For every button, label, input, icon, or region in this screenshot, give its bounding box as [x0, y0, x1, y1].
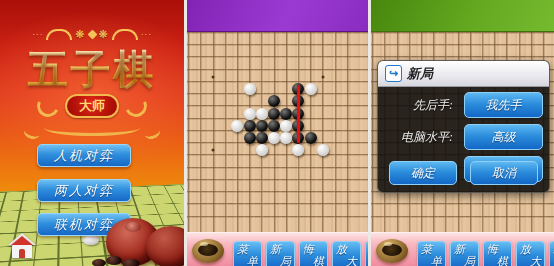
toolbar-button-缩小[interactable]: 缩小 — [549, 241, 554, 266]
game-toolbar: 菜单新局悔棋放大缩小 — [187, 232, 368, 266]
toolbar-button-悔棋[interactable]: 悔棋 — [299, 241, 328, 266]
toolbar-buttons: 菜单新局悔棋放大缩小 — [233, 241, 368, 266]
screen-main-menu: ∙·∙❋❋∙·∙ 五子棋 大师 人机对弈两人对弈联机对弈 — [0, 0, 184, 266]
black-stone — [268, 108, 280, 120]
badge-row: 大师 — [0, 94, 184, 118]
button-char: 菜 — [237, 244, 248, 255]
screen-game-won: 菜单新局悔棋放大缩小 — [187, 0, 368, 266]
button-char: 大 — [346, 256, 357, 266]
home-icon[interactable] — [7, 233, 37, 260]
black-stone — [256, 132, 268, 144]
cancel-button[interactable]: 取消 — [470, 161, 538, 185]
white-stone — [317, 144, 329, 156]
game-toolbar: 菜单新局悔棋放大缩小 — [371, 232, 554, 266]
button-char: 棋 — [313, 256, 324, 266]
home-roof — [11, 236, 33, 245]
option-label: 先后手: — [413, 97, 453, 114]
button-char: 大 — [530, 256, 541, 266]
stone-pebble — [92, 259, 106, 266]
dialog-row: 电脑水平:高级 — [378, 124, 549, 151]
stone-bowl-small — [146, 226, 184, 266]
gomoku-app-screens: ∙·∙❋❋∙·∙ 五子棋 大师 人机对弈两人对弈联机对弈 — [0, 0, 554, 266]
white-stone — [231, 120, 243, 132]
toolbar-button-菜单[interactable]: 菜单 — [417, 241, 446, 266]
button-char: 局 — [464, 256, 475, 266]
black-stone — [280, 108, 292, 120]
toolbar-button-缩小[interactable]: 缩小 — [365, 241, 368, 266]
button-char: 局 — [280, 256, 291, 266]
star-point — [211, 75, 214, 78]
toolbar-button-菜单[interactable]: 菜单 — [233, 241, 262, 266]
decorative-white-stone — [82, 235, 100, 246]
black-stone — [244, 120, 256, 132]
toolbar-button-放大[interactable]: 放大 — [516, 241, 545, 266]
toolbar-button-新局[interactable]: 新局 — [266, 241, 295, 266]
star-point — [321, 75, 324, 78]
stone-bowl-icon — [192, 239, 224, 263]
gold-flourish — [44, 120, 140, 136]
gold-ornament-border: ∙·∙❋❋∙·∙ — [0, 26, 184, 42]
menu-button-人机对弈[interactable]: 人机对弈 — [37, 144, 131, 167]
white-stone — [305, 83, 317, 95]
gold-curl-right — [122, 92, 150, 120]
white-stone — [280, 120, 292, 132]
title-bar-green — [371, 0, 554, 32]
toolbar-buttons: 菜单新局悔棋放大缩小 — [417, 241, 554, 266]
button-char: 悔 — [303, 244, 314, 255]
dialog-header: ↪ 新局 — [378, 61, 549, 87]
option-value-button[interactable]: 高级 — [464, 124, 543, 150]
winning-line — [297, 85, 300, 143]
home-door — [19, 249, 25, 258]
button-char: 单 — [431, 256, 442, 266]
new-game-icon: ↪ — [385, 65, 402, 82]
option-label: 电脑水平: — [401, 129, 453, 146]
white-stone — [244, 83, 256, 95]
toolbar-button-悔棋[interactable]: 悔棋 — [483, 241, 512, 266]
button-char: 放 — [520, 244, 531, 255]
white-stone — [292, 144, 304, 156]
dialog-row: 先后手:我先手 — [378, 92, 549, 119]
button-char: 棋 — [497, 256, 508, 266]
toolbar-button-放大[interactable]: 放大 — [332, 241, 361, 266]
button-char: 放 — [336, 244, 347, 255]
button-char: 单 — [247, 256, 258, 266]
button-char: 新 — [270, 244, 281, 255]
toolbar-button-新局[interactable]: 新局 — [450, 241, 479, 266]
black-stone — [268, 95, 280, 107]
option-value-button[interactable]: 我先手 — [464, 92, 543, 118]
black-stone — [268, 120, 280, 132]
black-stone — [244, 132, 256, 144]
white-stone — [244, 108, 256, 120]
screen-new-game-dialog: 菜单新局悔棋放大缩小 ↪ 新局 先后手:我先手电脑水平:高级棋盘大小:15 × … — [371, 0, 554, 266]
menu-button-两人对弈[interactable]: 两人对弈 — [37, 179, 131, 202]
black-stone — [256, 120, 268, 132]
button-char: 菜 — [421, 244, 432, 255]
white-stone — [256, 144, 268, 156]
white-stone — [280, 132, 292, 144]
stone-pebble — [106, 256, 122, 265]
stone-bowl-icon — [376, 239, 408, 263]
gomoku-board[interactable] — [187, 32, 368, 232]
app-title: 五子棋 — [0, 42, 184, 97]
gold-curl-left — [34, 92, 62, 120]
new-game-dialog: ↪ 新局 先后手:我先手电脑水平:高级棋盘大小:15 × 15 确定 取消 — [377, 60, 550, 193]
white-stone — [256, 108, 268, 120]
black-stone — [305, 132, 317, 144]
white-stone — [268, 132, 280, 144]
dialog-title: 新局 — [407, 65, 433, 83]
stone-pebble — [122, 259, 140, 266]
button-char: 悔 — [487, 244, 498, 255]
title-bar-purple — [187, 0, 368, 32]
ok-button[interactable]: 确定 — [389, 161, 457, 185]
star-point — [211, 149, 214, 152]
button-char: 新 — [454, 244, 465, 255]
dialog-actions: 确定 取消 — [378, 161, 549, 185]
master-badge: 大师 — [65, 94, 119, 118]
